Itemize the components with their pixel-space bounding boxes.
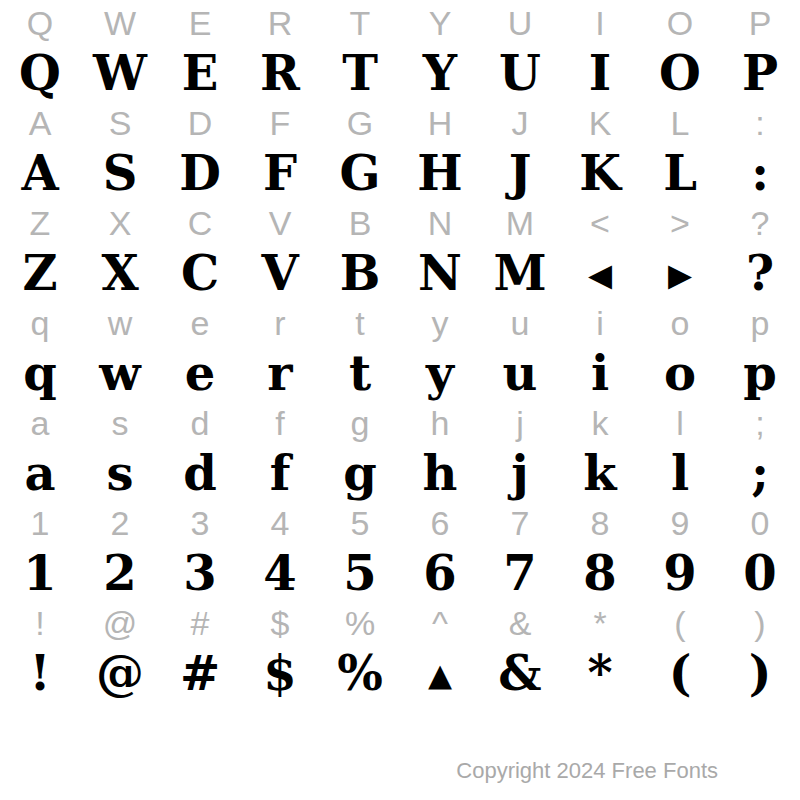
char-cell-gray-2-6: M [480,200,560,246]
char-cell-black-3-1: w [80,346,160,400]
char-cell-black-3-0: q [0,346,80,400]
char-cell-gray-5-2: 3 [160,500,240,546]
char-row-black-3: qwertyuiop [0,346,800,400]
char-cell-gray-3-7: i [560,300,640,346]
char-cell-gray-3-1: w [80,300,160,346]
char-cell-black-3-5: y [400,346,480,400]
char-row-gray-4: asdfghjkl; [0,400,800,446]
char-cell-black-4-6: j [480,446,560,500]
char-cell-black-2-0: Z [0,246,80,300]
char-row-black-4: asdfghjkl; [0,446,800,500]
char-cell-black-0-5: Y [400,46,480,100]
char-cell-gray-3-8: o [640,300,720,346]
char-cell-gray-5-7: 8 [560,500,640,546]
char-cell-black-4-3: f [240,446,320,500]
char-cell-black-0-1: W [80,46,160,100]
char-cell-black-2-2: C [160,246,240,300]
char-cell-black-0-3: R [240,46,320,100]
char-row-gray-0: QWERTYUIOP [0,0,800,46]
char-cell-black-1-0: A [0,146,80,200]
char-cell-black-6-9: ) [720,646,800,700]
char-cell-gray-6-0: ! [0,600,80,646]
char-cell-gray-6-1: @ [80,600,160,646]
char-cell-gray-3-4: t [320,300,400,346]
char-cell-black-2-9: ? [720,246,800,300]
char-cell-black-4-8: l [640,446,720,500]
char-cell-gray-1-9: : [720,100,800,146]
char-row-black-5: 1234567890 [0,546,800,600]
char-cell-black-0-8: O [640,46,720,100]
char-cell-gray-5-3: 4 [240,500,320,546]
character-map-grid: QWERTYUIOPQWERTYUIOPASDFGHJKL:ASDFGHJKL:… [0,0,800,700]
char-cell-black-5-2: 3 [160,546,240,600]
char-row-gray-6: !@#$%^&*() [0,600,800,646]
char-cell-black-3-7: i [560,346,640,400]
char-cell-gray-2-3: V [240,200,320,246]
char-cell-gray-3-6: u [480,300,560,346]
char-cell-black-0-6: U [480,46,560,100]
char-cell-black-4-1: s [80,446,160,500]
char-cell-gray-0-5: Y [400,0,480,46]
char-cell-gray-1-5: H [400,100,480,146]
char-cell-gray-6-4: % [320,600,400,646]
char-cell-gray-1-0: A [0,100,80,146]
char-cell-gray-4-8: l [640,400,720,446]
char-cell-gray-5-0: 1 [0,500,80,546]
char-cell-black-1-6: J [480,146,560,200]
char-cell-gray-5-6: 7 [480,500,560,546]
char-cell-black-5-8: 9 [640,546,720,600]
char-cell-black-1-2: D [160,146,240,200]
char-cell-gray-0-6: U [480,0,560,46]
char-cell-gray-6-2: # [160,600,240,646]
char-cell-black-6-1: @ [80,646,160,700]
char-cell-gray-5-1: 2 [80,500,160,546]
char-cell-gray-4-2: d [160,400,240,446]
char-cell-black-0-7: I [560,46,640,100]
char-cell-black-4-9: ; [720,446,800,500]
char-cell-gray-3-2: e [160,300,240,346]
char-cell-black-2-6: M [480,246,560,300]
char-cell-black-5-0: 1 [0,546,80,600]
copyright-watermark: Copyright 2024 Free Fonts [456,758,718,784]
char-cell-gray-4-9: ; [720,400,800,446]
char-cell-gray-5-5: 6 [400,500,480,546]
char-cell-black-4-0: a [0,446,80,500]
char-cell-gray-2-9: ? [720,200,800,246]
char-cell-black-4-2: d [160,446,240,500]
char-cell-black-6-6: & [480,646,560,700]
char-cell-gray-2-2: C [160,200,240,246]
char-row-gray-1: ASDFGHJKL: [0,100,800,146]
char-cell-gray-4-5: h [400,400,480,446]
char-cell-black-5-5: 6 [400,546,480,600]
char-cell-gray-2-1: X [80,200,160,246]
char-cell-gray-4-6: j [480,400,560,446]
char-cell-black-1-7: K [560,146,640,200]
char-cell-black-0-2: E [160,46,240,100]
char-cell-gray-0-8: O [640,0,720,46]
char-cell-gray-4-4: g [320,400,400,446]
char-cell-black-1-5: H [400,146,480,200]
char-cell-gray-1-6: J [480,100,560,146]
char-cell-black-5-9: 0 [720,546,800,600]
char-cell-black-6-2: # [160,646,240,700]
char-cell-black-0-4: T [320,46,400,100]
char-row-black-0: QWERTYUIOP [0,46,800,100]
char-cell-gray-1-8: L [640,100,720,146]
char-cell-black-3-4: t [320,346,400,400]
char-cell-gray-0-4: T [320,0,400,46]
char-cell-black-2-3: V [240,246,320,300]
char-cell-gray-0-2: E [160,0,240,46]
char-cell-black-2-1: X [80,246,160,300]
char-cell-gray-6-7: * [560,600,640,646]
char-cell-gray-6-9: ) [720,600,800,646]
char-cell-black-6-4: % [320,646,400,700]
char-row-black-2: ZXCVBNM◂▸? [0,246,800,300]
char-cell-black-5-3: 4 [240,546,320,600]
char-cell-black-1-9: : [720,146,800,200]
char-cell-gray-2-7: < [560,200,640,246]
char-cell-gray-4-0: a [0,400,80,446]
char-cell-gray-5-4: 5 [320,500,400,546]
char-cell-gray-2-0: Z [0,200,80,246]
char-cell-gray-5-9: 0 [720,500,800,546]
char-cell-gray-6-6: & [480,600,560,646]
char-cell-gray-4-3: f [240,400,320,446]
char-cell-black-5-6: 7 [480,546,560,600]
char-cell-gray-3-3: r [240,300,320,346]
char-cell-black-2-8: ▸ [640,246,720,300]
char-cell-black-1-8: L [640,146,720,200]
char-cell-black-3-2: e [160,346,240,400]
char-cell-black-3-9: p [720,346,800,400]
char-cell-black-6-7: * [560,646,640,700]
char-cell-gray-3-0: q [0,300,80,346]
char-cell-black-1-4: G [320,146,400,200]
char-cell-black-3-3: r [240,346,320,400]
char-cell-gray-6-3: $ [240,600,320,646]
char-cell-gray-1-1: S [80,100,160,146]
char-row-gray-2: ZXCVBNM<>? [0,200,800,246]
char-cell-black-2-4: B [320,246,400,300]
char-row-gray-5: 1234567890 [0,500,800,546]
char-cell-black-4-4: g [320,446,400,500]
char-cell-gray-0-3: R [240,0,320,46]
char-cell-gray-1-4: G [320,100,400,146]
char-cell-black-3-8: o [640,346,720,400]
char-row-gray-3: qwertyuiop [0,300,800,346]
char-cell-black-6-0: ! [0,646,80,700]
char-cell-gray-5-8: 9 [640,500,720,546]
char-cell-black-0-0: Q [0,46,80,100]
char-cell-gray-2-4: B [320,200,400,246]
char-cell-black-1-1: S [80,146,160,200]
char-cell-gray-6-8: ( [640,600,720,646]
char-cell-gray-1-3: F [240,100,320,146]
char-cell-black-6-5: ▴ [400,646,480,700]
char-cell-black-0-9: P [720,46,800,100]
char-cell-black-2-5: N [400,246,480,300]
char-cell-black-6-3: $ [240,646,320,700]
char-cell-black-4-5: h [400,446,480,500]
char-cell-black-1-3: F [240,146,320,200]
char-cell-gray-4-1: s [80,400,160,446]
char-cell-black-2-7: ◂ [560,246,640,300]
char-cell-gray-1-7: K [560,100,640,146]
char-row-black-6: !@#$%▴&*() [0,646,800,700]
char-cell-black-6-8: ( [640,646,720,700]
char-cell-gray-0-0: Q [0,0,80,46]
char-cell-gray-2-5: N [400,200,480,246]
char-cell-black-4-7: k [560,446,640,500]
char-cell-gray-6-5: ^ [400,600,480,646]
char-cell-gray-4-7: k [560,400,640,446]
char-cell-black-5-4: 5 [320,546,400,600]
char-cell-black-3-6: u [480,346,560,400]
char-cell-gray-2-8: > [640,200,720,246]
char-cell-gray-0-1: W [80,0,160,46]
char-row-black-1: ASDFGHJKL: [0,146,800,200]
char-cell-black-5-1: 2 [80,546,160,600]
char-cell-gray-0-9: P [720,0,800,46]
char-cell-gray-3-9: p [720,300,800,346]
char-cell-gray-3-5: y [400,300,480,346]
char-cell-black-5-7: 8 [560,546,640,600]
char-cell-gray-1-2: D [160,100,240,146]
char-cell-gray-0-7: I [560,0,640,46]
